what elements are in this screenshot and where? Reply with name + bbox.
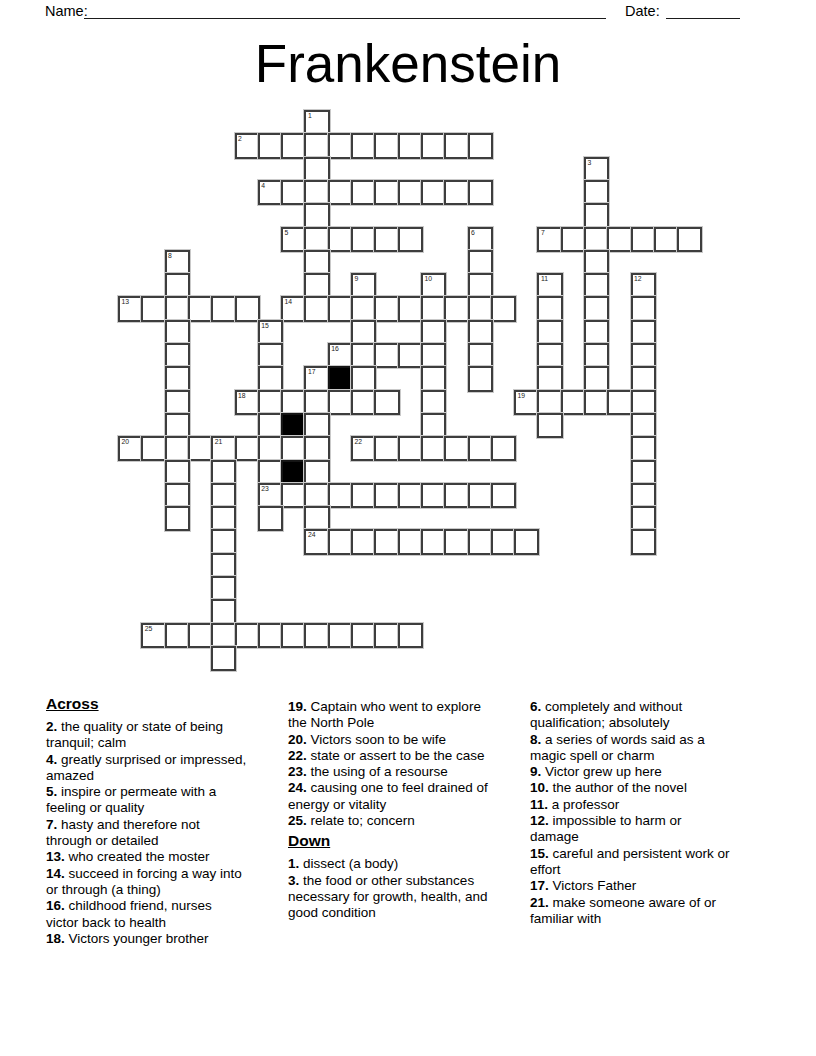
grid-cell[interactable] xyxy=(468,296,493,321)
grid-cell[interactable] xyxy=(421,296,446,321)
grid-cell[interactable] xyxy=(328,529,353,554)
grid-cell[interactable] xyxy=(374,436,399,461)
clues-column-2: 19. Captain who went to explore the Nort… xyxy=(288,699,489,922)
grid-cell[interactable] xyxy=(584,227,609,252)
grid-cell[interactable] xyxy=(211,623,236,648)
date-write-in-line[interactable] xyxy=(666,2,740,19)
grid-cell[interactable] xyxy=(328,390,353,415)
grid-cell[interactable] xyxy=(561,390,586,415)
clue-16: 16. childhood friend, nurses victor back… xyxy=(46,898,247,931)
grid-cell[interactable] xyxy=(468,366,493,391)
grid-cell[interactable]: 18 xyxy=(235,390,260,415)
grid-cell[interactable]: 23 xyxy=(258,483,283,508)
grid-cell[interactable] xyxy=(654,227,679,252)
grid-cell[interactable]: 2 xyxy=(235,133,260,158)
grid-cell[interactable]: 17 xyxy=(304,366,329,391)
grid-cell[interactable]: 12 xyxy=(631,273,656,298)
cell-number: 16 xyxy=(331,345,339,354)
grid-cell[interactable]: 24 xyxy=(304,529,329,554)
grid-cell[interactable] xyxy=(281,436,306,461)
grid-cell[interactable] xyxy=(165,436,190,461)
grid-cell[interactable] xyxy=(374,227,399,252)
black-cell xyxy=(281,460,306,485)
grid-cell[interactable] xyxy=(584,343,609,368)
grid-cell[interactable] xyxy=(304,436,329,461)
grid-cell[interactable] xyxy=(468,343,493,368)
grid-cell[interactable] xyxy=(165,413,190,438)
cell-number: 11 xyxy=(541,275,548,284)
grid-cell[interactable] xyxy=(631,529,656,554)
grid-cell[interactable] xyxy=(374,180,399,205)
grid-cell[interactable] xyxy=(468,250,493,275)
grid-cell[interactable] xyxy=(537,296,562,321)
grid-cell[interactable] xyxy=(631,343,656,368)
grid-cell[interactable] xyxy=(421,180,446,205)
grid-cell[interactable] xyxy=(444,133,469,158)
grid-cell[interactable] xyxy=(304,296,329,321)
grid-cell[interactable] xyxy=(631,296,656,321)
grid-cell[interactable] xyxy=(631,413,656,438)
grid-cell[interactable] xyxy=(351,296,376,321)
grid-cell[interactable] xyxy=(211,460,236,485)
cell-number: 7 xyxy=(541,229,545,238)
grid-cell[interactable] xyxy=(398,436,423,461)
cell-number: 3 xyxy=(588,159,592,168)
cell-number: 5 xyxy=(285,229,289,238)
grid-cell[interactable] xyxy=(584,273,609,298)
grid-cell[interactable]: 25 xyxy=(141,623,166,648)
grid-cell[interactable] xyxy=(165,460,190,485)
grid-cell[interactable] xyxy=(631,390,656,415)
grid-cell[interactable] xyxy=(304,623,329,648)
grid-cell[interactable]: 9 xyxy=(351,273,376,298)
clue-15: 15. careful and persistent work or effor… xyxy=(530,846,731,879)
worksheet-page: Name: Date: Frankenstein 123456789101112… xyxy=(0,0,816,1056)
cell-number: 14 xyxy=(285,298,293,307)
grid-cell[interactable] xyxy=(188,296,213,321)
grid-cell[interactable] xyxy=(258,460,283,485)
puzzle-title: Frankenstein xyxy=(0,36,816,92)
grid-cell[interactable] xyxy=(584,180,609,205)
grid-cell[interactable] xyxy=(444,529,469,554)
grid-cell[interactable] xyxy=(188,623,213,648)
clue-17: 17. Victors Father xyxy=(530,878,731,894)
grid-cell[interactable] xyxy=(584,390,609,415)
grid-cell[interactable] xyxy=(468,483,493,508)
grid-cell[interactable] xyxy=(281,180,306,205)
grid-cell[interactable] xyxy=(235,296,260,321)
grid-cell[interactable]: 14 xyxy=(281,296,306,321)
grid-cell[interactable] xyxy=(304,203,329,228)
clue-21: 21. make someone aware of or familiar wi… xyxy=(530,895,731,928)
grid-cell[interactable] xyxy=(235,436,260,461)
grid-cell[interactable] xyxy=(398,343,423,368)
grid-cell[interactable] xyxy=(304,133,329,158)
grid-cell[interactable] xyxy=(165,273,190,298)
grid-cell[interactable]: 11 xyxy=(537,273,562,298)
grid-cell[interactable] xyxy=(584,250,609,275)
clue-18: 18. Victors younger brother xyxy=(46,931,247,947)
grid-cell[interactable] xyxy=(351,227,376,252)
grid-cell[interactable] xyxy=(351,623,376,648)
grid-cell[interactable] xyxy=(211,296,236,321)
date-label: Date: xyxy=(625,2,660,20)
grid-cell[interactable] xyxy=(211,599,236,624)
clues-column-3: 6. completely and without qualification;… xyxy=(530,699,731,927)
grid-cell[interactable] xyxy=(468,180,493,205)
clue-20: 20. Victors soon to be wife xyxy=(288,732,489,748)
grid-cell[interactable] xyxy=(328,483,353,508)
grid-cell[interactable] xyxy=(328,180,353,205)
grid-cell[interactable] xyxy=(304,227,329,252)
grid-cell[interactable]: 22 xyxy=(351,436,376,461)
grid-cell[interactable] xyxy=(631,483,656,508)
grid-cell[interactable] xyxy=(351,390,376,415)
grid-cell[interactable] xyxy=(398,180,423,205)
clue-23: 23. the using of a resourse xyxy=(288,764,489,780)
grid-cell[interactable] xyxy=(165,320,190,345)
grid-cell[interactable] xyxy=(631,366,656,391)
grid-cell[interactable] xyxy=(211,529,236,554)
clues-down-header: Down xyxy=(288,832,489,849)
grid-cell[interactable] xyxy=(468,320,493,345)
grid-cell[interactable] xyxy=(607,390,632,415)
grid-cell[interactable] xyxy=(491,529,516,554)
grid-cell[interactable] xyxy=(165,506,190,531)
grid-cell[interactable] xyxy=(468,436,493,461)
cell-number: 10 xyxy=(424,275,432,284)
clue-25: 25. relate to; concern xyxy=(288,813,489,829)
grid-cell[interactable] xyxy=(398,296,423,321)
grid-cell[interactable] xyxy=(468,273,493,298)
grid-cell[interactable] xyxy=(584,320,609,345)
clue-12: 12. impossible to harm or damage xyxy=(530,813,731,846)
grid-cell[interactable] xyxy=(398,529,423,554)
grid-cell[interactable] xyxy=(374,343,399,368)
grid-cell[interactable] xyxy=(281,623,306,648)
grid-cell[interactable] xyxy=(537,413,562,438)
grid-cell[interactable] xyxy=(351,343,376,368)
grid-cell[interactable] xyxy=(631,436,656,461)
cell-number: 12 xyxy=(634,275,642,284)
grid-cell[interactable] xyxy=(561,227,586,252)
grid-cell[interactable] xyxy=(444,483,469,508)
grid-cell[interactable] xyxy=(211,576,236,601)
grid-cell[interactable] xyxy=(421,529,446,554)
grid-cell[interactable] xyxy=(491,483,516,508)
grid-cell[interactable] xyxy=(211,553,236,578)
grid-cell[interactable] xyxy=(677,227,702,252)
grid-cell[interactable] xyxy=(304,390,329,415)
grid-cell[interactable] xyxy=(281,483,306,508)
grid-cell[interactable] xyxy=(468,133,493,158)
cell-number: 25 xyxy=(145,625,153,634)
cell-number: 8 xyxy=(168,252,172,261)
grid-cell[interactable] xyxy=(537,390,562,415)
grid-cell[interactable] xyxy=(328,227,353,252)
grid-cell[interactable] xyxy=(165,343,190,368)
grid-cell[interactable] xyxy=(421,320,446,345)
grid-cell[interactable] xyxy=(258,436,283,461)
grid-cell[interactable]: 15 xyxy=(258,320,283,345)
clue-11: 11. a professor xyxy=(530,797,731,813)
clue-9: 9. Victor grew up here xyxy=(530,764,731,780)
grid-cell[interactable] xyxy=(258,506,283,531)
grid-cell[interactable] xyxy=(351,180,376,205)
grid-cell[interactable] xyxy=(421,133,446,158)
grid-cell[interactable] xyxy=(491,296,516,321)
grid-cell[interactable] xyxy=(444,296,469,321)
grid-cell[interactable] xyxy=(374,623,399,648)
clue-10: 10. the author of the novel xyxy=(530,780,731,796)
grid-cell[interactable]: 3 xyxy=(584,157,609,182)
clue-14: 14. succeed in forcing a way into or thr… xyxy=(46,866,247,899)
grid-cell[interactable] xyxy=(165,390,190,415)
grid-cell[interactable] xyxy=(351,320,376,345)
grid-cell[interactable]: 13 xyxy=(118,296,143,321)
grid-cell[interactable] xyxy=(258,366,283,391)
cell-number: 22 xyxy=(355,438,363,447)
cell-number: 13 xyxy=(122,298,130,307)
grid-cell[interactable] xyxy=(444,180,469,205)
grid-cell[interactable] xyxy=(537,366,562,391)
grid-cell[interactable] xyxy=(235,623,260,648)
grid-cell[interactable] xyxy=(374,296,399,321)
clue-8: 8. a series of words said as a magic spe… xyxy=(530,732,731,765)
grid-cell[interactable] xyxy=(258,390,283,415)
grid-cell[interactable] xyxy=(304,506,329,531)
grid-cell[interactable] xyxy=(141,436,166,461)
grid-cell[interactable]: 16 xyxy=(328,343,353,368)
clue-22: 22. state or assert to be the case xyxy=(288,748,489,764)
cell-number: 19 xyxy=(518,392,526,401)
grid-cell[interactable] xyxy=(304,460,329,485)
cell-number: 2 xyxy=(238,135,242,144)
grid-cell[interactable]: 10 xyxy=(421,273,446,298)
grid-cell[interactable] xyxy=(304,413,329,438)
black-cell xyxy=(328,366,353,391)
grid-cell[interactable] xyxy=(281,133,306,158)
grid-cell[interactable] xyxy=(398,623,423,648)
clue-7: 7. hasty and therefore not through or de… xyxy=(46,817,247,850)
grid-cell[interactable] xyxy=(631,320,656,345)
cell-number: 1 xyxy=(308,112,312,121)
clue-13: 13. who created the moster xyxy=(46,849,247,865)
cell-number: 17 xyxy=(308,368,316,377)
cell-number: 9 xyxy=(355,275,359,284)
grid-cell[interactable] xyxy=(141,296,166,321)
grid-cell[interactable] xyxy=(421,413,446,438)
clue-3: 3. the food or other substances necessar… xyxy=(288,873,489,922)
grid-cell[interactable]: 1 xyxy=(304,110,329,135)
name-label: Name: xyxy=(45,2,88,20)
grid-cell[interactable] xyxy=(421,436,446,461)
crossword-grid: 1234567891011121314151617181920212223242… xyxy=(118,110,702,671)
grid-cell[interactable] xyxy=(188,436,213,461)
grid-cell[interactable] xyxy=(631,506,656,531)
grid-cell[interactable] xyxy=(398,133,423,158)
grid-cell[interactable] xyxy=(374,390,399,415)
grid-cell[interactable] xyxy=(374,483,399,508)
black-cell xyxy=(281,413,306,438)
grid-cell[interactable] xyxy=(328,133,353,158)
grid-cell[interactable] xyxy=(165,296,190,321)
grid-cell[interactable] xyxy=(258,133,283,158)
clues-across-header: Across xyxy=(46,695,247,712)
grid-cell[interactable] xyxy=(165,366,190,391)
clue-4: 4. greatly surprised or impressed, amaze… xyxy=(46,752,247,785)
grid-cell[interactable] xyxy=(444,436,469,461)
grid-cell[interactable] xyxy=(537,320,562,345)
cell-number: 20 xyxy=(122,438,130,447)
grid-cell[interactable] xyxy=(165,483,190,508)
grid-cell[interactable] xyxy=(584,296,609,321)
grid-cell[interactable]: 21 xyxy=(211,436,236,461)
grid-cell[interactable] xyxy=(304,250,329,275)
grid-cell[interactable] xyxy=(304,483,329,508)
grid-cell[interactable]: 19 xyxy=(514,390,539,415)
grid-cell[interactable] xyxy=(607,227,632,252)
clue-19: 19. Captain who went to explore the Nort… xyxy=(288,699,489,732)
grid-cell[interactable] xyxy=(421,390,446,415)
grid-cell[interactable] xyxy=(398,227,423,252)
grid-cell[interactable] xyxy=(421,366,446,391)
cell-number: 21 xyxy=(215,438,223,447)
grid-cell[interactable] xyxy=(304,157,329,182)
grid-cell[interactable] xyxy=(304,273,329,298)
grid-cell[interactable] xyxy=(304,180,329,205)
cell-number: 15 xyxy=(261,322,269,331)
grid-cell[interactable] xyxy=(165,623,190,648)
grid-cell[interactable] xyxy=(258,623,283,648)
grid-cell[interactable]: 7 xyxy=(537,227,562,252)
grid-cell[interactable] xyxy=(328,296,353,321)
clues-column-1: Across2. the quality or state of being t… xyxy=(46,695,247,947)
clue-5: 5. inspire or permeate with a feeling or… xyxy=(46,784,247,817)
grid-cell[interactable] xyxy=(258,343,283,368)
grid-cell[interactable] xyxy=(584,366,609,391)
grid-cell[interactable] xyxy=(351,366,376,391)
cell-number: 23 xyxy=(261,485,269,494)
name-write-in-line[interactable] xyxy=(84,2,606,19)
grid-cell[interactable] xyxy=(374,529,399,554)
grid-cell[interactable] xyxy=(351,133,376,158)
clue-6: 6. completely and without qualification;… xyxy=(530,699,731,732)
cell-number: 24 xyxy=(308,531,316,540)
clue-24: 24. causing one to feel drained of energ… xyxy=(288,780,489,813)
cell-number: 4 xyxy=(261,182,265,191)
grid-cell[interactable] xyxy=(374,133,399,158)
grid-cell[interactable] xyxy=(468,529,493,554)
clue-1: 1. dissect (a body) xyxy=(288,856,489,872)
grid-cell[interactable] xyxy=(537,343,562,368)
grid-cell[interactable] xyxy=(211,483,236,508)
grid-cell[interactable] xyxy=(514,529,539,554)
grid-cell[interactable] xyxy=(211,646,236,671)
grid-cell[interactable] xyxy=(631,227,656,252)
grid-cell[interactable] xyxy=(328,623,353,648)
grid-cell[interactable] xyxy=(398,483,423,508)
cell-number: 18 xyxy=(238,392,246,401)
grid-cell[interactable] xyxy=(211,506,236,531)
grid-cell[interactable] xyxy=(584,203,609,228)
clue-2: 2. the quality or state of being tranqui… xyxy=(46,719,247,752)
grid-cell[interactable]: 4 xyxy=(258,180,283,205)
grid-cell[interactable]: 8 xyxy=(165,250,190,275)
grid-cell[interactable] xyxy=(281,390,306,415)
grid-cell[interactable] xyxy=(421,343,446,368)
grid-cell[interactable]: 20 xyxy=(118,436,143,461)
grid-cell[interactable] xyxy=(258,413,283,438)
grid-cell[interactable] xyxy=(491,436,516,461)
grid-cell[interactable]: 5 xyxy=(281,227,306,252)
grid-cell[interactable] xyxy=(631,460,656,485)
grid-cell[interactable] xyxy=(351,483,376,508)
grid-cell[interactable] xyxy=(351,529,376,554)
cell-number: 6 xyxy=(471,229,475,238)
grid-cell[interactable] xyxy=(421,483,446,508)
grid-cell[interactable]: 6 xyxy=(468,227,493,252)
